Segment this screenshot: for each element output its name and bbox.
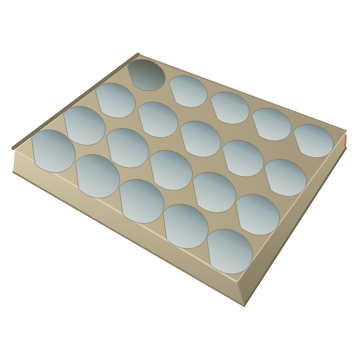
cardboard-tray — [0, 0, 360, 360]
product-photo — [0, 0, 360, 360]
tray-right-corner-mark — [345, 136, 346, 146]
